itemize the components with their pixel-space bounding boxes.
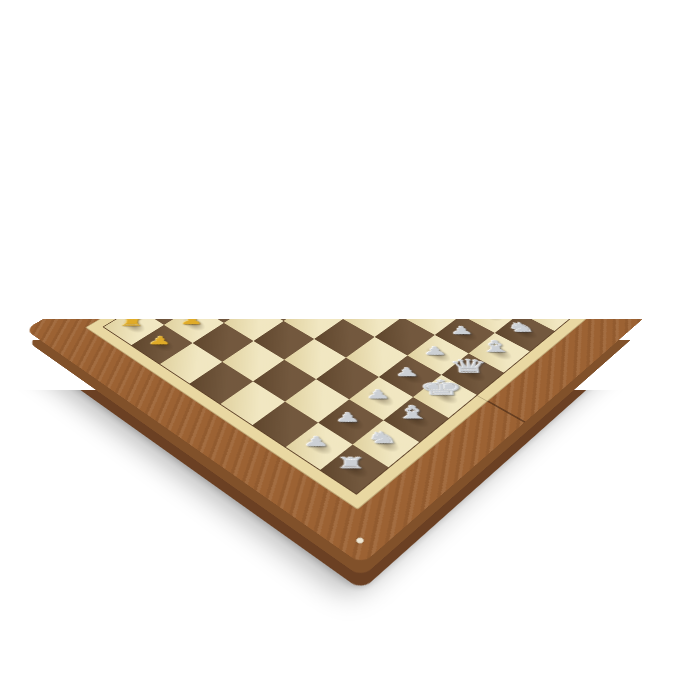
square-h7[interactable]	[286, 423, 353, 470]
rook-glyph: ♜	[107, 316, 158, 328]
piece-shadow	[391, 364, 429, 388]
square-e8[interactable]	[413, 375, 477, 418]
square-f5[interactable]	[284, 339, 346, 379]
pawn-glyph: ♟	[134, 335, 185, 346]
pawn-glyph: ♟	[167, 315, 217, 326]
rook-glyph: ♜	[521, 302, 571, 314]
square-d8[interactable]	[441, 353, 503, 394]
rook-glyph: ♜	[324, 456, 379, 471]
pawn-glyph: ♟	[488, 287, 536, 297]
bishop-glyph: ♝	[257, 225, 302, 237]
square-e5[interactable]	[314, 319, 374, 358]
piece-shadow	[366, 430, 406, 458]
square-f6[interactable]	[316, 358, 379, 400]
square-h5[interactable]	[221, 381, 285, 425]
square-f8[interactable]	[383, 397, 448, 442]
piece-shadow	[144, 333, 180, 356]
square-g4[interactable]	[222, 341, 284, 381]
square-c7[interactable]	[435, 315, 495, 353]
king-glyph: ♚	[200, 255, 248, 272]
square-h4[interactable]	[190, 362, 253, 404]
pawn-glyph: ♟	[228, 278, 275, 288]
pawn-glyph: ♟	[463, 306, 512, 316]
pawn-glyph: ♟	[257, 260, 303, 270]
knight-glyph: ♞	[284, 210, 328, 220]
square-h6[interactable]	[253, 402, 319, 447]
square-e6[interactable]	[346, 337, 407, 377]
square-h3[interactable]	[160, 343, 222, 384]
bishop-glyph: ♝	[470, 339, 522, 355]
piece-shadow	[425, 383, 464, 408]
pawn-glyph: ♟	[285, 243, 330, 252]
king-glyph: ♚	[415, 377, 468, 398]
square-d6[interactable]	[375, 317, 435, 355]
square-g5[interactable]	[253, 360, 316, 402]
pawn-glyph: ♟	[312, 226, 356, 235]
piece-shadow	[334, 454, 375, 483]
knight-glyph: ♞	[356, 429, 410, 445]
pawn-glyph: ♟	[321, 411, 374, 424]
pawn-glyph: ♟	[289, 435, 343, 448]
square-g8[interactable]	[353, 420, 420, 467]
square-e7[interactable]	[379, 356, 442, 398]
bishop-glyph: ♝	[386, 403, 439, 421]
queen-glyph: ♛	[229, 239, 275, 254]
box-frame-top: ♜♞♝♛♚♝♞♜♟♟♟♟♟♟♟♟♟♟♟♟♟♟♟♟♜♞♝♛♚♝♞♜	[25, 154, 655, 565]
square-h2[interactable]	[131, 325, 192, 364]
piece-shadow	[480, 341, 518, 364]
square-g6[interactable]	[285, 379, 349, 422]
queen-glyph: ♛	[443, 357, 495, 376]
pawn-glyph: ♟	[338, 211, 381, 220]
square-d7[interactable]	[407, 335, 468, 375]
piece-shadow	[419, 343, 457, 366]
piece-shadow	[362, 386, 401, 411]
chess-set-photo: ♜♞♝♛♚♝♞♜♟♟♟♟♟♟♟♟♟♟♟♟♟♟♟♟♜♞♝♛♚♝♞♜	[0, 0, 700, 700]
pawn-glyph: ♟	[198, 296, 246, 306]
chess-box: ♜♞♝♛♚♝♞♜♟♟♟♟♟♟♟♟♟♟♟♟♟♟♟♟♜♞♝♛♚♝♞♜	[25, 154, 655, 565]
square-f4[interactable]	[254, 321, 315, 360]
piece-shadow	[299, 432, 339, 460]
knight-glyph: ♞	[139, 296, 189, 309]
square-g3[interactable]	[193, 323, 254, 362]
piece-shadow	[396, 406, 436, 432]
bishop-glyph: ♝	[170, 275, 218, 289]
piece-shadow	[331, 408, 370, 434]
square-h8[interactable]	[320, 445, 388, 494]
square-f7[interactable]	[349, 377, 413, 420]
piece-shadow	[453, 362, 491, 386]
knight-glyph: ♞	[496, 321, 547, 334]
square-g7[interactable]	[318, 399, 383, 444]
pawn-glyph: ♟	[352, 388, 404, 400]
pawn-glyph: ♟	[437, 325, 487, 336]
pawn-glyph: ♟	[410, 345, 460, 356]
pawn-glyph: ♟	[382, 366, 433, 378]
magnet-pin-dot	[355, 537, 365, 545]
rook-glyph: ♜	[310, 196, 353, 205]
